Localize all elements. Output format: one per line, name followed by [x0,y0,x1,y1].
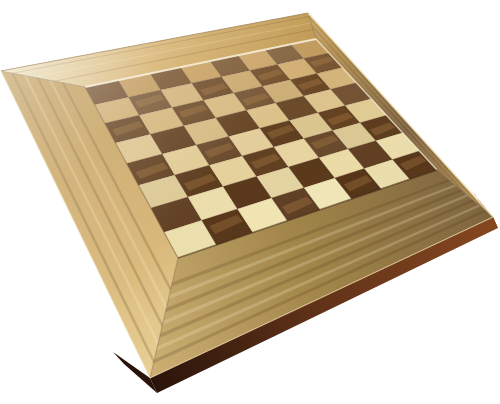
board-highlights [1,13,493,378]
board-sheen [1,13,493,378]
chessboard-product-photo [0,0,500,404]
chessboard [0,0,500,404]
